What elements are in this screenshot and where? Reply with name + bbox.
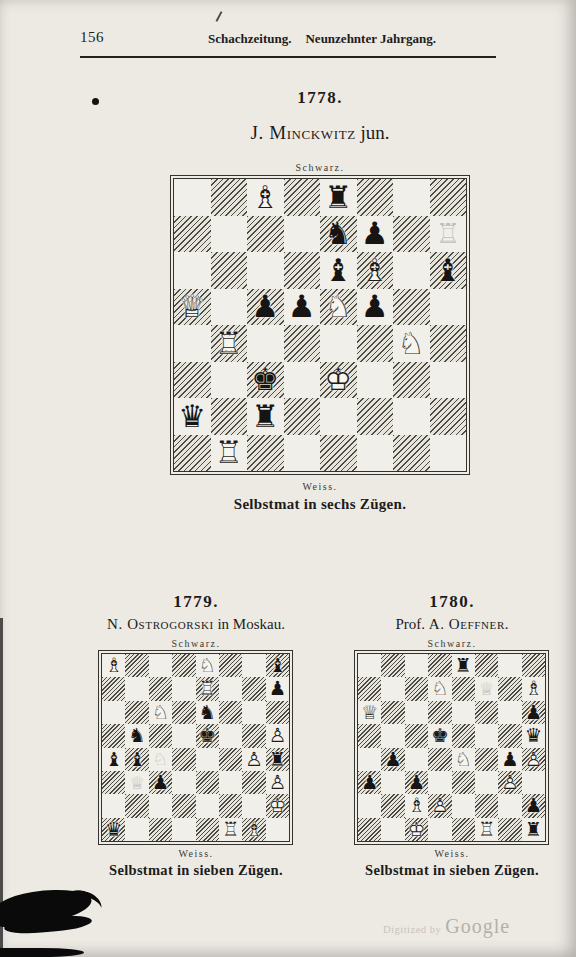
square-b2 bbox=[211, 398, 248, 435]
square-b1 bbox=[381, 818, 404, 841]
piece-outline: ♗ bbox=[408, 796, 425, 816]
square-a2: ♛ bbox=[174, 398, 211, 435]
square-h7: ♖ bbox=[430, 216, 467, 253]
white-bishop-g1: ♝♗ bbox=[245, 820, 262, 840]
square-f3 bbox=[219, 771, 242, 794]
square-f3 bbox=[357, 362, 394, 399]
square-h2 bbox=[430, 398, 467, 435]
square-b5 bbox=[381, 724, 404, 747]
square-h5: ♛ bbox=[522, 724, 545, 747]
piece-outline: ♗ bbox=[245, 820, 262, 840]
author-prefix: Prof. bbox=[395, 616, 428, 632]
piece-outline: ♘ bbox=[199, 656, 216, 676]
black-rook-h4: ♜ bbox=[269, 750, 286, 770]
square-b5: ♞ bbox=[125, 724, 148, 747]
black-knight-e7: ♞ bbox=[324, 218, 352, 249]
square-h7: ♟ bbox=[266, 677, 289, 700]
square-d8 bbox=[172, 654, 195, 677]
square-e7 bbox=[452, 677, 475, 700]
square-h8 bbox=[430, 179, 467, 216]
square-b8 bbox=[211, 179, 248, 216]
black-knight-e6: ♞ bbox=[199, 703, 216, 723]
square-c4 bbox=[247, 325, 284, 362]
piece-outline: ♔ bbox=[324, 364, 352, 395]
square-b7 bbox=[211, 216, 248, 253]
square-c6 bbox=[405, 701, 428, 724]
square-g4: ♞♘ bbox=[393, 325, 430, 362]
page-number: 156 bbox=[80, 29, 104, 46]
stipulation-1780: Selbstmat in sieben Zügen. bbox=[365, 862, 539, 879]
square-b5 bbox=[211, 289, 248, 326]
square-e1 bbox=[196, 818, 219, 841]
white-rook-b4: ♜♖ bbox=[215, 328, 243, 359]
square-a1: ♛ bbox=[102, 818, 125, 841]
digitization-watermark: Digitized by Google bbox=[383, 915, 510, 938]
square-d2: ♟♙ bbox=[428, 794, 451, 817]
black-pawn-a3: ♟ bbox=[361, 773, 378, 793]
square-d2 bbox=[284, 398, 321, 435]
white-queen-a6: ♛♕ bbox=[361, 703, 378, 723]
square-g7 bbox=[498, 677, 521, 700]
square-d5: ♟ bbox=[284, 289, 321, 326]
square-e2 bbox=[196, 794, 219, 817]
square-g5 bbox=[393, 289, 430, 326]
square-g8 bbox=[242, 654, 265, 677]
square-c1 bbox=[149, 818, 172, 841]
black-rook-c2: ♜ bbox=[251, 401, 279, 432]
square-e1 bbox=[452, 818, 475, 841]
square-e6 bbox=[452, 701, 475, 724]
piece-outline: ♘ bbox=[455, 750, 472, 770]
square-e7: ♞ bbox=[320, 216, 357, 253]
square-e5: ♚ bbox=[196, 724, 219, 747]
square-a7 bbox=[174, 216, 211, 253]
white-bishop-f6: ♝♗ bbox=[361, 255, 389, 286]
black-side-label-1780: Schwarz. bbox=[428, 638, 477, 649]
square-b1: ♜♖ bbox=[211, 435, 248, 472]
square-d5: ♚ bbox=[428, 724, 451, 747]
square-h1: ♜ bbox=[522, 818, 545, 841]
piece-outline: ♗ bbox=[361, 255, 389, 286]
ink-streak bbox=[0, 948, 84, 957]
bleed-through-ghost-white-queen: ♕ bbox=[475, 677, 498, 700]
white-side-label-1780: Weiss. bbox=[434, 848, 469, 859]
author-name: A. Oeffner bbox=[429, 616, 505, 632]
author-suffix: in Moskau. bbox=[214, 616, 285, 632]
square-f4 bbox=[357, 325, 394, 362]
square-b2 bbox=[125, 794, 148, 817]
square-d6 bbox=[284, 252, 321, 289]
square-a6: ♛♕ bbox=[358, 701, 381, 724]
author-suffix: . bbox=[505, 616, 509, 632]
black-king-e5: ♚ bbox=[199, 726, 216, 746]
square-d8 bbox=[284, 179, 321, 216]
magazine-page: 156 Schachzeitung.Neunzehnter Jahrgang. … bbox=[0, 0, 576, 957]
square-g5 bbox=[242, 724, 265, 747]
square-f4 bbox=[475, 748, 498, 771]
square-c4 bbox=[405, 748, 428, 771]
piece-outline: ♗ bbox=[251, 182, 279, 213]
square-h4: ♟♙ bbox=[522, 748, 545, 771]
problem-number-1778: 1778. bbox=[297, 88, 343, 108]
black-queen-h5: ♛ bbox=[525, 726, 542, 746]
board-grid: ♝♗♞♘♝♜♖♟♞♘♞♞♚♟♙♝♝♘♟♙♜♕♟♟♙♚♔♛♜♖♝♗ bbox=[101, 653, 290, 842]
square-c3: ♚ bbox=[247, 362, 284, 399]
black-knight-b5: ♞ bbox=[128, 726, 145, 746]
square-c4: ♘ bbox=[149, 748, 172, 771]
square-a3 bbox=[102, 771, 125, 794]
square-e6: ♞ bbox=[196, 701, 219, 724]
square-e4 bbox=[196, 748, 219, 771]
black-pawn-c3: ♟ bbox=[408, 773, 425, 793]
square-a8: ♝♗ bbox=[102, 654, 125, 677]
square-a1 bbox=[358, 818, 381, 841]
square-b2 bbox=[381, 794, 404, 817]
square-c1: ♚♔ bbox=[405, 818, 428, 841]
square-f5: ♟ bbox=[357, 289, 394, 326]
square-h4: ♜ bbox=[266, 748, 289, 771]
piece-outline: ♘ bbox=[431, 679, 448, 699]
black-pawn-c3: ♟ bbox=[152, 773, 169, 793]
square-c7 bbox=[149, 677, 172, 700]
white-queen-a5: ♛♕ bbox=[178, 291, 206, 322]
square-h1 bbox=[266, 818, 289, 841]
white-side-label-1779: Weiss. bbox=[178, 848, 213, 859]
white-king-e3: ♚♔ bbox=[324, 364, 352, 395]
square-b4: ♝ bbox=[125, 748, 148, 771]
square-d1 bbox=[172, 818, 195, 841]
square-a5 bbox=[358, 724, 381, 747]
square-h3 bbox=[430, 362, 467, 399]
square-f7: ♟ bbox=[357, 216, 394, 253]
stipulation-1779: Selbstmat in sieben Zügen. bbox=[109, 862, 283, 879]
black-rook-e8: ♜ bbox=[324, 182, 352, 213]
square-f6 bbox=[219, 701, 242, 724]
square-g3 bbox=[242, 771, 265, 794]
square-g7 bbox=[393, 216, 430, 253]
square-a4: ♝ bbox=[102, 748, 125, 771]
chessboard-1779: ♝♗♞♘♝♜♖♟♞♘♞♞♚♟♙♝♝♘♟♙♜♕♟♟♙♚♔♛♜♖♝♗ bbox=[98, 650, 293, 845]
black-pawn-h7: ♟ bbox=[269, 679, 286, 699]
square-c5 bbox=[149, 724, 172, 747]
square-g1 bbox=[393, 435, 430, 472]
square-a6 bbox=[174, 252, 211, 289]
square-b6 bbox=[125, 701, 148, 724]
author-name: J. Minckwitz bbox=[250, 122, 355, 143]
header-rule bbox=[80, 56, 496, 58]
square-a1 bbox=[174, 435, 211, 472]
square-b3 bbox=[381, 771, 404, 794]
square-b8 bbox=[125, 654, 148, 677]
square-c2 bbox=[149, 794, 172, 817]
square-e3: ♚♔ bbox=[320, 362, 357, 399]
white-knight-g4: ♞♘ bbox=[397, 328, 425, 359]
square-e1 bbox=[320, 435, 357, 472]
problem-author-1779: N. Ostrogorski in Moskau. bbox=[107, 616, 285, 633]
white-rook-f1: ♜♖ bbox=[478, 820, 495, 840]
board-grid: ♝♗♜♞♟♖♝♝♗♝♛♕♟♟♞♘♟♜♖♞♘♚♚♔♛♜♜♖ bbox=[173, 178, 467, 472]
white-knight-e4: ♞♘ bbox=[455, 750, 472, 770]
square-c7 bbox=[247, 216, 284, 253]
square-h5: ♟♙ bbox=[266, 724, 289, 747]
square-c1 bbox=[247, 435, 284, 472]
chessboard-1780: ♜♞♘♕♝♗♛♕♟♚♛♟♞♘♟♟♙♟♟♟♙♝♗♟♙♟♚♔♜♖♜ bbox=[354, 650, 549, 845]
square-e2 bbox=[320, 398, 357, 435]
piece-outline: ♙ bbox=[431, 796, 448, 816]
square-a7 bbox=[102, 677, 125, 700]
square-f2 bbox=[219, 794, 242, 817]
square-b4: ♜♖ bbox=[211, 325, 248, 362]
square-d3 bbox=[172, 771, 195, 794]
square-d3 bbox=[284, 362, 321, 399]
board-grid: ♜♞♘♕♝♗♛♕♟♚♛♟♞♘♟♟♙♟♟♟♙♝♗♟♙♟♚♔♜♖♜ bbox=[357, 653, 546, 842]
white-pawn-h4: ♟♙ bbox=[525, 750, 542, 770]
square-e5 bbox=[452, 724, 475, 747]
square-g2 bbox=[242, 794, 265, 817]
square-e3 bbox=[452, 771, 475, 794]
square-b1 bbox=[125, 818, 148, 841]
square-h5 bbox=[430, 289, 467, 326]
square-f4 bbox=[219, 748, 242, 771]
black-bishop-h6: ♝ bbox=[434, 255, 462, 286]
square-a4 bbox=[174, 325, 211, 362]
square-h6: ♟ bbox=[522, 701, 545, 724]
square-c8: ♝♗ bbox=[247, 179, 284, 216]
black-pawn-h2: ♟ bbox=[525, 796, 542, 816]
square-h8 bbox=[522, 654, 545, 677]
square-h2: ♟ bbox=[522, 794, 545, 817]
white-knight-e5: ♞♘ bbox=[324, 291, 352, 322]
square-d5 bbox=[172, 724, 195, 747]
square-f5 bbox=[219, 724, 242, 747]
square-e8: ♜ bbox=[320, 179, 357, 216]
piece-outline: ♗ bbox=[525, 679, 542, 699]
square-a7 bbox=[358, 677, 381, 700]
square-a8 bbox=[174, 179, 211, 216]
square-d7 bbox=[172, 677, 195, 700]
square-g2 bbox=[498, 794, 521, 817]
piece-outline: ♙ bbox=[245, 750, 262, 770]
square-b7 bbox=[381, 677, 404, 700]
white-knight-d7: ♞♘ bbox=[431, 679, 448, 699]
square-g6 bbox=[498, 701, 521, 724]
square-e6: ♝ bbox=[320, 252, 357, 289]
square-c3: ♟ bbox=[149, 771, 172, 794]
black-bishop-e6: ♝ bbox=[324, 255, 352, 286]
square-g8 bbox=[498, 654, 521, 677]
square-d6 bbox=[428, 701, 451, 724]
stray-ink-mark bbox=[216, 11, 223, 22]
piece-outline: ♙ bbox=[501, 773, 518, 793]
square-c2: ♜ bbox=[247, 398, 284, 435]
white-knight-e8: ♞♘ bbox=[199, 656, 216, 676]
square-b4: ♟ bbox=[381, 748, 404, 771]
square-f6 bbox=[475, 701, 498, 724]
square-c6: ♞♘ bbox=[149, 701, 172, 724]
white-bishop-h7: ♝♗ bbox=[525, 679, 542, 699]
square-h7: ♝♗ bbox=[522, 677, 545, 700]
white-bishop-c2: ♝♗ bbox=[408, 796, 425, 816]
square-d6 bbox=[172, 701, 195, 724]
white-pawn-d2: ♟♙ bbox=[431, 796, 448, 816]
square-g1 bbox=[498, 818, 521, 841]
square-g3: ♟♙ bbox=[498, 771, 521, 794]
square-c5: ♟ bbox=[247, 289, 284, 326]
white-king-h2: ♚♔ bbox=[269, 796, 286, 816]
square-h4 bbox=[430, 325, 467, 362]
piece-outline: ♔ bbox=[408, 820, 425, 840]
square-c8 bbox=[405, 654, 428, 677]
square-a3 bbox=[174, 362, 211, 399]
black-bishop-h8: ♝ bbox=[269, 656, 286, 676]
white-rook-e7: ♜♖ bbox=[199, 679, 216, 699]
piece-outline: ♙ bbox=[525, 750, 542, 770]
black-pawn-f5: ♟ bbox=[361, 291, 389, 322]
black-side-label-1778: Schwarz. bbox=[296, 162, 345, 173]
square-c5 bbox=[405, 724, 428, 747]
piece-outline: ♖ bbox=[478, 820, 495, 840]
black-bishop-b4: ♝ bbox=[128, 750, 145, 770]
white-king-c1: ♚♔ bbox=[408, 820, 425, 840]
square-b7 bbox=[125, 677, 148, 700]
square-g7 bbox=[242, 677, 265, 700]
square-f2 bbox=[475, 794, 498, 817]
white-pawn-h5: ♟♙ bbox=[269, 726, 286, 746]
white-knight-c6: ♞♘ bbox=[152, 703, 169, 723]
square-a4 bbox=[358, 748, 381, 771]
square-f1 bbox=[357, 435, 394, 472]
black-queen-a2: ♛ bbox=[178, 401, 206, 432]
square-a6 bbox=[102, 701, 125, 724]
piece-outline: ♕ bbox=[178, 291, 206, 322]
piece-outline: ♖ bbox=[199, 679, 216, 699]
square-b6 bbox=[211, 252, 248, 289]
black-king-d5: ♚ bbox=[431, 726, 448, 746]
watermark-text: Digitized by bbox=[383, 924, 441, 935]
black-pawn-g4: ♟ bbox=[501, 750, 518, 770]
square-c8 bbox=[149, 654, 172, 677]
square-e2 bbox=[452, 794, 475, 817]
stipulation-1778: Selbstmat in sechs Zügen. bbox=[234, 496, 407, 513]
black-king-c3: ♚ bbox=[251, 364, 279, 395]
piece-outline: ♘ bbox=[397, 328, 425, 359]
square-f8 bbox=[357, 179, 394, 216]
square-b3 bbox=[211, 362, 248, 399]
square-h3 bbox=[522, 771, 545, 794]
problem-author-1778: J. Minckwitz jun. bbox=[250, 122, 389, 144]
square-f5 bbox=[475, 724, 498, 747]
square-a2 bbox=[358, 794, 381, 817]
square-f1: ♜♖ bbox=[475, 818, 498, 841]
white-rook-b1: ♜♖ bbox=[215, 437, 243, 468]
square-g2 bbox=[393, 398, 430, 435]
piece-outline: ♙ bbox=[269, 726, 286, 746]
square-a5: ♛♕ bbox=[174, 289, 211, 326]
square-e5: ♞♘ bbox=[320, 289, 357, 326]
square-b3: ♕ bbox=[125, 771, 148, 794]
black-pawn-h6: ♟ bbox=[525, 703, 542, 723]
square-h2: ♚♔ bbox=[266, 794, 289, 817]
square-d3 bbox=[428, 771, 451, 794]
square-c7 bbox=[405, 677, 428, 700]
square-f6: ♝♗ bbox=[357, 252, 394, 289]
piece-outline: ♗ bbox=[105, 656, 122, 676]
square-d4 bbox=[172, 748, 195, 771]
square-d1 bbox=[284, 435, 321, 472]
square-e4: ♞♘ bbox=[452, 748, 475, 771]
black-rook-h1: ♜ bbox=[525, 820, 542, 840]
square-h6: ♝ bbox=[430, 252, 467, 289]
black-queen-a1: ♛ bbox=[105, 820, 122, 840]
white-pawn-g4: ♟♙ bbox=[245, 750, 262, 770]
google-logo: Google bbox=[445, 915, 510, 937]
piece-outline: ♘ bbox=[324, 291, 352, 322]
black-pawn-f7: ♟ bbox=[361, 218, 389, 249]
running-header: Schachzeitung.Neunzehnter Jahrgang. bbox=[208, 31, 436, 47]
square-e4 bbox=[320, 325, 357, 362]
white-bishop-c8: ♝♗ bbox=[251, 182, 279, 213]
square-c3: ♟ bbox=[405, 771, 428, 794]
white-bishop-a8: ♝♗ bbox=[105, 656, 122, 676]
author-suffix: jun. bbox=[356, 122, 390, 143]
square-f8 bbox=[475, 654, 498, 677]
square-g4: ♟ bbox=[498, 748, 521, 771]
square-g8 bbox=[393, 179, 430, 216]
square-g6 bbox=[393, 252, 430, 289]
square-f8 bbox=[219, 654, 242, 677]
problem-number-1780: 1780. bbox=[429, 592, 475, 612]
square-d8 bbox=[428, 654, 451, 677]
piece-outline: ♕ bbox=[361, 703, 378, 723]
piece-outline: ♖ bbox=[222, 820, 239, 840]
square-a8 bbox=[358, 654, 381, 677]
square-f3 bbox=[475, 771, 498, 794]
square-g1: ♝♗ bbox=[242, 818, 265, 841]
piece-outline: ♖ bbox=[215, 437, 243, 468]
square-e3 bbox=[196, 771, 219, 794]
black-pawn-d5: ♟ bbox=[288, 291, 316, 322]
square-h6 bbox=[266, 701, 289, 724]
square-g4: ♟♙ bbox=[242, 748, 265, 771]
square-b8 bbox=[381, 654, 404, 677]
header-journal: Schachzeitung. bbox=[208, 31, 291, 46]
white-pawn-g3: ♟♙ bbox=[501, 773, 518, 793]
black-pawn-b4: ♟ bbox=[384, 750, 401, 770]
problem-author-1780: Prof. A. Oeffner. bbox=[395, 616, 508, 633]
square-d4 bbox=[428, 748, 451, 771]
problem-number-1779: 1779. bbox=[173, 592, 219, 612]
bleed-through-ghost-white-knight: ♘ bbox=[149, 748, 172, 771]
header-volume: Neunzehnter Jahrgang. bbox=[305, 31, 435, 46]
piece-outline: ♙ bbox=[269, 773, 286, 793]
chessboard-1778: ♝♗♜♞♟♖♝♝♗♝♛♕♟♟♞♘♟♜♖♞♘♚♚♔♛♜♜♖ bbox=[170, 175, 470, 475]
square-d7: ♞♘ bbox=[428, 677, 451, 700]
square-f1: ♜♖ bbox=[219, 818, 242, 841]
square-a2 bbox=[102, 794, 125, 817]
square-h3: ♟♙ bbox=[266, 771, 289, 794]
black-pawn-c5: ♟ bbox=[251, 291, 279, 322]
square-a3: ♟ bbox=[358, 771, 381, 794]
black-side-label-1779: Schwarz. bbox=[172, 638, 221, 649]
square-d1 bbox=[428, 818, 451, 841]
square-e8: ♜ bbox=[452, 654, 475, 677]
black-bishop-a4: ♝ bbox=[105, 750, 122, 770]
black-rook-e8: ♜ bbox=[455, 656, 472, 676]
square-f2 bbox=[357, 398, 394, 435]
square-a5 bbox=[102, 724, 125, 747]
white-rook-f1: ♜♖ bbox=[222, 820, 239, 840]
square-f7: ♕ bbox=[475, 677, 498, 700]
